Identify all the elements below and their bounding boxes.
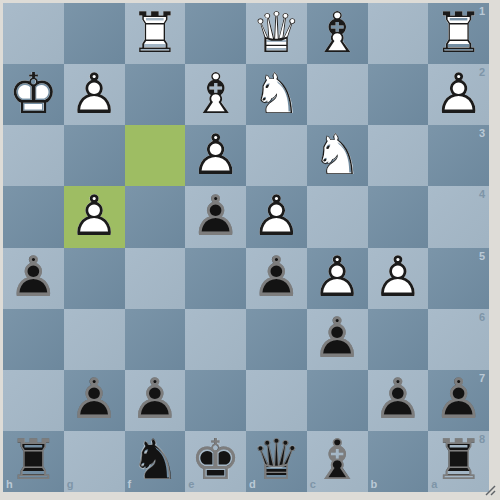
square-b5[interactable]: ♟♙ [368, 248, 429, 309]
rank-label-4: 4 [479, 189, 485, 200]
square-d8[interactable]: ♛♕d [246, 431, 307, 492]
square-f5[interactable] [125, 248, 186, 309]
square-c7[interactable] [307, 370, 368, 431]
file-label-g: g [67, 479, 74, 490]
square-b6[interactable] [368, 309, 429, 370]
piece-outline-glyph: ♙ [8, 249, 58, 305]
square-b2[interactable] [368, 64, 429, 125]
piece-outline-glyph: ♔ [8, 66, 58, 122]
resize-handle-icon[interactable] [483, 483, 496, 496]
piece-outline-glyph: ♙ [251, 188, 301, 244]
white-pawn[interactable]: ♟♙ [307, 248, 368, 309]
piece-outline-glyph: ♙ [191, 127, 241, 183]
square-g2[interactable]: ♟♙ [64, 64, 125, 125]
piece-outline-glyph: ♗ [191, 66, 241, 122]
piece-outline-glyph: ♙ [69, 371, 119, 427]
square-a1[interactable]: ♜♖1 [428, 3, 489, 64]
square-a2[interactable]: ♟♙2 [428, 64, 489, 125]
file-label-d: d [249, 479, 256, 490]
file-label-c: c [310, 479, 316, 490]
black-pawn[interactable]: ♟♙ [64, 370, 125, 431]
square-e1[interactable] [185, 3, 246, 64]
square-g8[interactable]: g [64, 431, 125, 492]
square-f8[interactable]: ♞♘f [125, 431, 186, 492]
square-d4[interactable]: ♟♙ [246, 186, 307, 247]
square-e7[interactable] [185, 370, 246, 431]
square-e3[interactable]: ♟♙ [185, 125, 246, 186]
square-h7[interactable] [3, 370, 64, 431]
rank-label-8: 8 [479, 434, 485, 445]
square-d1[interactable]: ♛♕ [246, 3, 307, 64]
square-e2[interactable]: ♝♗ [185, 64, 246, 125]
piece-outline-glyph: ♘ [251, 66, 301, 122]
white-rook[interactable]: ♜♖ [125, 3, 186, 64]
black-pawn[interactable]: ♟♙ [368, 370, 429, 431]
square-h6[interactable] [3, 309, 64, 370]
square-b8[interactable]: b [368, 431, 429, 492]
square-e5[interactable] [185, 248, 246, 309]
square-d6[interactable] [246, 309, 307, 370]
square-f4[interactable] [125, 186, 186, 247]
square-e4[interactable]: ♟♙ [185, 186, 246, 247]
white-pawn[interactable]: ♟♙ [368, 248, 429, 309]
piece-outline-glyph: ♘ [130, 432, 180, 488]
piece-outline-glyph: ♖ [434, 5, 484, 61]
file-label-h: h [6, 479, 13, 490]
piece-outline-glyph: ♙ [69, 188, 119, 244]
square-b3[interactable] [368, 125, 429, 186]
black-pawn[interactable]: ♟♙ [3, 248, 64, 309]
white-pawn[interactable]: ♟♙ [246, 186, 307, 247]
piece-outline-glyph: ♙ [312, 310, 362, 366]
square-f6[interactable] [125, 309, 186, 370]
rank-label-5: 5 [479, 251, 485, 262]
square-d3[interactable] [246, 125, 307, 186]
black-knight[interactable]: ♞♘ [125, 431, 186, 492]
piece-outline-glyph: ♖ [8, 432, 58, 488]
square-a7[interactable]: ♟♙7 [428, 370, 489, 431]
piece-outline-glyph: ♙ [251, 249, 301, 305]
square-a5[interactable]: 5 [428, 248, 489, 309]
square-g5[interactable] [64, 248, 125, 309]
square-d2[interactable]: ♞♘ [246, 64, 307, 125]
piece-outline-glyph: ♙ [130, 371, 180, 427]
rank-label-1: 1 [479, 6, 485, 17]
piece-outline-glyph: ♕ [251, 5, 301, 61]
square-d5[interactable]: ♟♙ [246, 248, 307, 309]
file-label-f: f [128, 479, 132, 490]
piece-outline-glyph: ♗ [312, 5, 362, 61]
piece-outline-glyph: ♙ [191, 188, 241, 244]
file-label-e: e [188, 479, 194, 490]
square-a3[interactable]: 3 [428, 125, 489, 186]
piece-outline-glyph: ♙ [69, 66, 119, 122]
square-f2[interactable] [125, 64, 186, 125]
square-b4[interactable] [368, 186, 429, 247]
piece-outline-glyph: ♔ [191, 432, 241, 488]
piece-outline-glyph: ♘ [312, 127, 362, 183]
square-c3[interactable]: ♞♘ [307, 125, 368, 186]
white-knight[interactable]: ♞♘ [246, 64, 307, 125]
square-f3[interactable] [125, 125, 186, 186]
square-a8[interactable]: ♜♖8a [428, 431, 489, 492]
square-h2[interactable]: ♚♔ [3, 64, 64, 125]
square-h8[interactable]: ♜♖h [3, 431, 64, 492]
square-c8[interactable]: ♝♗c [307, 431, 368, 492]
square-f7[interactable]: ♟♙ [125, 370, 186, 431]
square-g7[interactable]: ♟♙ [64, 370, 125, 431]
rank-label-7: 7 [479, 373, 485, 384]
piece-outline-glyph: ♗ [312, 432, 362, 488]
piece-outline-glyph: ♕ [251, 432, 301, 488]
piece-outline-glyph: ♙ [373, 249, 423, 305]
piece-outline-glyph: ♙ [434, 66, 484, 122]
black-pawn[interactable]: ♟♙ [185, 186, 246, 247]
square-h1[interactable] [3, 3, 64, 64]
square-g1[interactable] [64, 3, 125, 64]
black-pawn[interactable]: ♟♙ [307, 309, 368, 370]
square-c6[interactable]: ♟♙ [307, 309, 368, 370]
square-d7[interactable] [246, 370, 307, 431]
square-g4[interactable]: ♟♙ [64, 186, 125, 247]
rank-label-6: 6 [479, 312, 485, 323]
square-h3[interactable] [3, 125, 64, 186]
square-b1[interactable] [368, 3, 429, 64]
square-a6[interactable]: 6 [428, 309, 489, 370]
black-pawn[interactable]: ♟♙ [125, 370, 186, 431]
square-g6[interactable] [64, 309, 125, 370]
piece-outline-glyph: ♖ [130, 5, 180, 61]
white-bishop[interactable]: ♝♗ [185, 64, 246, 125]
chess-board: ♜♖♛♕♝♗♜♖1♚♔♟♙♝♗♞♘♟♙2♟♙♞♘3♟♙♟♙♟♙4♟♙♟♙♟♙♟♙… [3, 3, 489, 492]
piece-outline-glyph: ♙ [434, 371, 484, 427]
white-pawn[interactable]: ♟♙ [185, 125, 246, 186]
square-g3[interactable] [64, 125, 125, 186]
square-e8[interactable]: ♚♔e [185, 431, 246, 492]
piece-outline-glyph: ♙ [312, 249, 362, 305]
white-pawn[interactable]: ♟♙ [64, 64, 125, 125]
square-c4[interactable] [307, 186, 368, 247]
square-f1[interactable]: ♜♖ [125, 3, 186, 64]
black-pawn[interactable]: ♟♙ [246, 248, 307, 309]
rank-label-2: 2 [479, 67, 485, 78]
square-a4[interactable]: 4 [428, 186, 489, 247]
chess-board-widget: ♜♖♛♕♝♗♜♖1♚♔♟♙♝♗♞♘♟♙2♟♙♞♘3♟♙♟♙♟♙4♟♙♟♙♟♙♟♙… [0, 0, 500, 500]
piece-outline-glyph: ♖ [434, 432, 484, 488]
white-king[interactable]: ♚♔ [3, 64, 64, 125]
square-b7[interactable]: ♟♙ [368, 370, 429, 431]
white-pawn[interactable]: ♟♙ [64, 186, 125, 247]
square-c5[interactable]: ♟♙ [307, 248, 368, 309]
rank-label-3: 3 [479, 128, 485, 139]
white-bishop[interactable]: ♝♗ [307, 3, 368, 64]
file-label-a: a [431, 479, 437, 490]
white-queen[interactable]: ♛♕ [246, 3, 307, 64]
square-e6[interactable] [185, 309, 246, 370]
square-c2[interactable] [307, 64, 368, 125]
white-knight[interactable]: ♞♘ [307, 125, 368, 186]
square-h4[interactable] [3, 186, 64, 247]
square-h5[interactable]: ♟♙ [3, 248, 64, 309]
file-label-b: b [371, 479, 378, 490]
square-c1[interactable]: ♝♗ [307, 3, 368, 64]
piece-outline-glyph: ♙ [373, 371, 423, 427]
